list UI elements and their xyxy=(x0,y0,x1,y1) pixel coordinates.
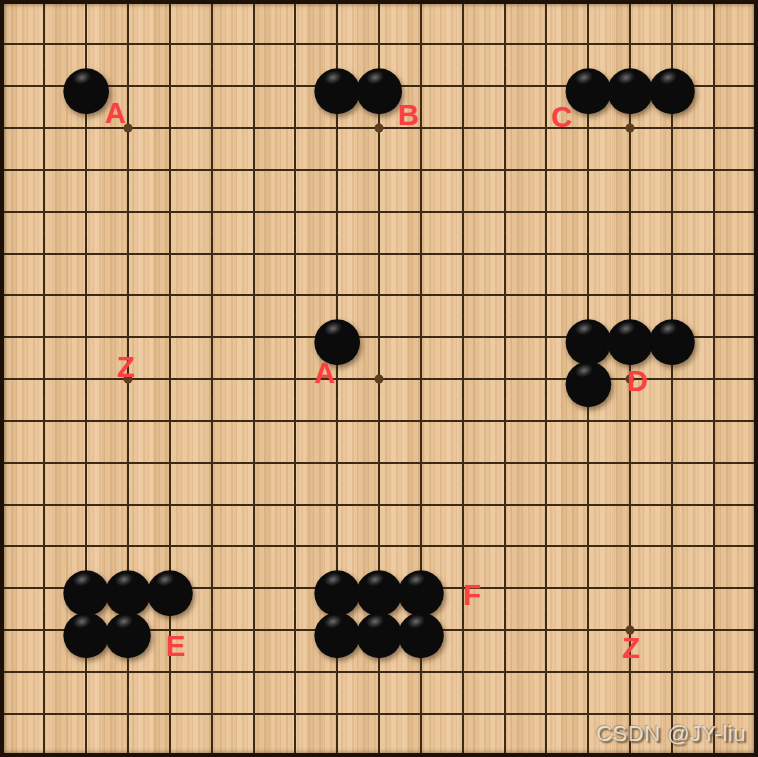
intersection xyxy=(484,107,526,149)
intersection xyxy=(274,484,316,526)
intersection xyxy=(233,526,275,568)
intersection xyxy=(442,65,484,107)
intersection: ● xyxy=(65,609,107,651)
intersection xyxy=(233,107,275,149)
intersection xyxy=(191,191,233,233)
intersection xyxy=(274,693,316,735)
intersection xyxy=(651,149,693,191)
intersection xyxy=(735,149,758,191)
intersection xyxy=(149,191,191,233)
intersection xyxy=(735,316,758,358)
intersection xyxy=(0,65,23,107)
intersection xyxy=(735,191,758,233)
intersection xyxy=(735,23,758,65)
intersection xyxy=(567,609,609,651)
intersection xyxy=(191,107,233,149)
intersection xyxy=(65,233,107,275)
intersection xyxy=(693,23,735,65)
intersection xyxy=(735,651,758,693)
intersection xyxy=(526,233,568,275)
intersection xyxy=(107,735,149,757)
intersection xyxy=(400,149,442,191)
intersection xyxy=(0,651,23,693)
intersection xyxy=(693,609,735,651)
intersection xyxy=(609,567,651,609)
intersection xyxy=(233,567,275,609)
intersection xyxy=(65,358,107,400)
intersection xyxy=(107,400,149,442)
intersection: ● xyxy=(609,316,651,358)
intersection xyxy=(651,651,693,693)
intersection xyxy=(735,274,758,316)
intersection xyxy=(191,400,233,442)
intersection xyxy=(526,526,568,568)
intersection xyxy=(316,693,358,735)
intersection xyxy=(107,484,149,526)
intersection xyxy=(107,191,149,233)
intersection xyxy=(191,442,233,484)
intersection xyxy=(735,484,758,526)
intersection xyxy=(484,442,526,484)
intersection: ● xyxy=(651,316,693,358)
intersection xyxy=(23,358,65,400)
intersection xyxy=(149,0,191,23)
intersection: ● xyxy=(149,567,191,609)
black-stone: ● xyxy=(651,316,694,359)
intersection xyxy=(526,693,568,735)
intersection xyxy=(191,693,233,735)
intersection xyxy=(526,567,568,609)
black-stone: ● xyxy=(651,65,694,108)
intersection xyxy=(0,735,23,757)
intersection xyxy=(484,23,526,65)
intersection xyxy=(609,400,651,442)
intersection xyxy=(484,0,526,23)
intersection xyxy=(191,233,233,275)
intersection: ● xyxy=(316,316,358,358)
black-stone: ● xyxy=(107,609,150,652)
intersection xyxy=(358,484,400,526)
intersection xyxy=(526,484,568,526)
intersection xyxy=(693,191,735,233)
intersection xyxy=(484,735,526,757)
intersection xyxy=(233,149,275,191)
intersection xyxy=(400,316,442,358)
intersection xyxy=(233,651,275,693)
intersection xyxy=(0,693,23,735)
intersection xyxy=(651,0,693,23)
intersection xyxy=(107,23,149,65)
intersection xyxy=(693,526,735,568)
intersection xyxy=(274,735,316,757)
intersection xyxy=(609,191,651,233)
intersection xyxy=(191,316,233,358)
intersection xyxy=(358,442,400,484)
intersection xyxy=(526,735,568,757)
intersection xyxy=(0,107,23,149)
intersection xyxy=(233,484,275,526)
star-point xyxy=(107,107,149,149)
intersection xyxy=(735,567,758,609)
intersection xyxy=(609,442,651,484)
black-stone: ● xyxy=(65,65,108,108)
intersection xyxy=(609,484,651,526)
intersection xyxy=(442,107,484,149)
intersection xyxy=(526,651,568,693)
intersection xyxy=(651,609,693,651)
intersection xyxy=(693,400,735,442)
intersection xyxy=(526,609,568,651)
intersection xyxy=(609,149,651,191)
intersection xyxy=(484,484,526,526)
intersection xyxy=(274,191,316,233)
intersection xyxy=(484,567,526,609)
intersection xyxy=(0,149,23,191)
intersection xyxy=(442,735,484,757)
intersection xyxy=(400,65,442,107)
black-stone: ● xyxy=(567,358,610,401)
intersection xyxy=(693,651,735,693)
intersection xyxy=(0,484,23,526)
intersection xyxy=(149,233,191,275)
intersection xyxy=(65,316,107,358)
intersection: ● xyxy=(567,65,609,107)
intersection xyxy=(735,400,758,442)
black-stone: ● xyxy=(399,609,442,652)
intersection: ● xyxy=(358,65,400,107)
intersection xyxy=(735,358,758,400)
intersection xyxy=(484,651,526,693)
intersection xyxy=(526,442,568,484)
intersection xyxy=(567,233,609,275)
intersection xyxy=(735,65,758,107)
intersection xyxy=(0,191,23,233)
intersection xyxy=(735,233,758,275)
intersection xyxy=(191,358,233,400)
intersection xyxy=(233,0,275,23)
intersection xyxy=(484,609,526,651)
intersection xyxy=(567,567,609,609)
intersection xyxy=(526,191,568,233)
intersection xyxy=(693,107,735,149)
intersection xyxy=(526,0,568,23)
intersection xyxy=(735,609,758,651)
star-point xyxy=(358,358,400,400)
intersection xyxy=(567,0,609,23)
intersection xyxy=(651,191,693,233)
intersection xyxy=(400,191,442,233)
intersection xyxy=(23,191,65,233)
intersection xyxy=(484,191,526,233)
intersection xyxy=(0,23,23,65)
intersection xyxy=(442,149,484,191)
intersection xyxy=(23,442,65,484)
intersection xyxy=(23,526,65,568)
intersection xyxy=(149,735,191,757)
intersection xyxy=(191,0,233,23)
intersection xyxy=(651,400,693,442)
intersection xyxy=(735,107,758,149)
intersection xyxy=(316,0,358,23)
intersection xyxy=(65,191,107,233)
intersection xyxy=(0,442,23,484)
intersection xyxy=(609,233,651,275)
intersection xyxy=(316,735,358,757)
intersection xyxy=(23,0,65,23)
intersection xyxy=(107,442,149,484)
intersection xyxy=(0,400,23,442)
intersection xyxy=(442,23,484,65)
intersection xyxy=(442,316,484,358)
intersection xyxy=(191,526,233,568)
intersection xyxy=(233,735,275,757)
intersection xyxy=(484,358,526,400)
intersection xyxy=(191,651,233,693)
intersection xyxy=(651,442,693,484)
star-point xyxy=(609,609,651,651)
intersection xyxy=(567,484,609,526)
black-stone: ● xyxy=(316,316,359,359)
intersection xyxy=(693,274,735,316)
intersection xyxy=(358,693,400,735)
intersection xyxy=(358,149,400,191)
intersection xyxy=(442,191,484,233)
intersection: ● xyxy=(609,65,651,107)
intersection xyxy=(107,0,149,23)
intersection xyxy=(233,23,275,65)
intersection xyxy=(442,0,484,23)
intersection xyxy=(442,274,484,316)
intersection xyxy=(0,358,23,400)
intersection xyxy=(400,442,442,484)
intersection xyxy=(693,358,735,400)
intersection xyxy=(400,23,442,65)
intersection xyxy=(274,0,316,23)
intersection xyxy=(484,526,526,568)
intersection xyxy=(233,400,275,442)
intersection xyxy=(191,23,233,65)
intersection xyxy=(484,65,526,107)
intersection xyxy=(484,149,526,191)
intersection xyxy=(191,65,233,107)
intersection xyxy=(442,233,484,275)
intersection xyxy=(358,0,400,23)
intersection xyxy=(358,400,400,442)
intersection xyxy=(358,274,400,316)
intersection xyxy=(107,65,149,107)
intersection xyxy=(149,442,191,484)
intersection xyxy=(400,233,442,275)
intersection xyxy=(400,484,442,526)
intersection xyxy=(693,65,735,107)
intersection xyxy=(484,274,526,316)
intersection xyxy=(316,484,358,526)
intersection xyxy=(316,400,358,442)
intersection xyxy=(0,316,23,358)
intersection xyxy=(567,442,609,484)
intersection xyxy=(191,484,233,526)
intersection xyxy=(107,693,149,735)
intersection xyxy=(191,735,233,757)
intersection xyxy=(316,442,358,484)
intersection xyxy=(65,484,107,526)
intersection xyxy=(0,526,23,568)
intersection xyxy=(233,442,275,484)
intersection xyxy=(149,358,191,400)
intersection xyxy=(484,693,526,735)
intersection: ● xyxy=(567,358,609,400)
intersection xyxy=(400,400,442,442)
intersection xyxy=(693,149,735,191)
intersection xyxy=(149,484,191,526)
intersection xyxy=(65,442,107,484)
intersection xyxy=(233,609,275,651)
intersection xyxy=(65,274,107,316)
intersection: ● xyxy=(316,609,358,651)
intersection xyxy=(23,567,65,609)
intersection xyxy=(23,274,65,316)
intersection xyxy=(735,442,758,484)
intersection xyxy=(400,693,442,735)
intersection: ● xyxy=(651,65,693,107)
intersection xyxy=(567,149,609,191)
intersection xyxy=(442,358,484,400)
intersection xyxy=(358,735,400,757)
intersection xyxy=(358,191,400,233)
intersection xyxy=(693,567,735,609)
intersection xyxy=(274,233,316,275)
intersection xyxy=(149,316,191,358)
intersection xyxy=(233,358,275,400)
intersection xyxy=(23,316,65,358)
intersection xyxy=(526,149,568,191)
intersection xyxy=(609,526,651,568)
intersection xyxy=(316,233,358,275)
star-point: ● xyxy=(358,609,400,651)
intersection xyxy=(191,567,233,609)
intersection xyxy=(400,735,442,757)
intersection xyxy=(735,0,758,23)
intersection xyxy=(442,526,484,568)
intersection xyxy=(693,233,735,275)
intersection xyxy=(65,693,107,735)
intersection xyxy=(693,316,735,358)
intersection xyxy=(149,693,191,735)
intersection xyxy=(0,0,23,23)
intersection xyxy=(233,693,275,735)
intersection xyxy=(23,484,65,526)
intersection xyxy=(107,149,149,191)
black-stone: ● xyxy=(148,567,191,610)
intersection xyxy=(149,65,191,107)
intersection xyxy=(23,651,65,693)
intersection xyxy=(65,735,107,757)
intersection xyxy=(65,149,107,191)
star-point: ● xyxy=(107,609,149,651)
intersection xyxy=(567,651,609,693)
intersection xyxy=(191,609,233,651)
intersection xyxy=(23,609,65,651)
intersection xyxy=(316,149,358,191)
intersection xyxy=(693,442,735,484)
intersection xyxy=(191,149,233,191)
intersection xyxy=(358,233,400,275)
intersection xyxy=(400,358,442,400)
intersection xyxy=(442,609,484,651)
intersection xyxy=(651,484,693,526)
intersection xyxy=(149,400,191,442)
intersection xyxy=(316,191,358,233)
intersection xyxy=(23,65,65,107)
intersection xyxy=(0,609,23,651)
intersection: ● xyxy=(65,65,107,107)
intersection xyxy=(651,567,693,609)
intersection xyxy=(149,149,191,191)
intersection xyxy=(735,526,758,568)
intersection xyxy=(0,567,23,609)
intersection xyxy=(23,149,65,191)
star-point xyxy=(107,358,149,400)
intersection xyxy=(23,400,65,442)
watermark: CSDN @JY-liu xyxy=(596,721,746,747)
intersection xyxy=(191,274,233,316)
intersection xyxy=(149,107,191,149)
intersection xyxy=(23,233,65,275)
intersection xyxy=(149,23,191,65)
intersection xyxy=(484,233,526,275)
intersection xyxy=(609,0,651,23)
intersection xyxy=(358,316,400,358)
intersection xyxy=(233,65,275,107)
intersection xyxy=(651,526,693,568)
go-board: ●●●●●●●●●●●●●●●●●●●●●● ABCAZDEFZ CSDN @J… xyxy=(0,0,758,757)
intersection xyxy=(274,149,316,191)
intersection xyxy=(442,484,484,526)
intersection xyxy=(274,400,316,442)
intersection xyxy=(233,316,275,358)
intersection xyxy=(442,442,484,484)
intersection xyxy=(23,23,65,65)
intersection xyxy=(233,274,275,316)
intersection xyxy=(693,0,735,23)
intersection xyxy=(107,274,149,316)
intersection xyxy=(23,693,65,735)
intersection xyxy=(484,400,526,442)
intersection xyxy=(651,233,693,275)
intersection xyxy=(233,233,275,275)
intersection xyxy=(107,233,149,275)
intersection xyxy=(400,107,442,149)
black-stone: ● xyxy=(358,65,401,108)
intersection: ● xyxy=(400,609,442,651)
intersection xyxy=(567,191,609,233)
intersection xyxy=(442,400,484,442)
intersection xyxy=(274,442,316,484)
intersection xyxy=(609,651,651,693)
intersection xyxy=(567,526,609,568)
intersection xyxy=(149,274,191,316)
intersection xyxy=(0,233,23,275)
intersection xyxy=(23,735,65,757)
intersection xyxy=(233,191,275,233)
intersection xyxy=(442,567,484,609)
intersection xyxy=(23,107,65,149)
intersection xyxy=(65,400,107,442)
intersection xyxy=(442,693,484,735)
intersection xyxy=(693,484,735,526)
intersection xyxy=(484,316,526,358)
intersection xyxy=(400,274,442,316)
